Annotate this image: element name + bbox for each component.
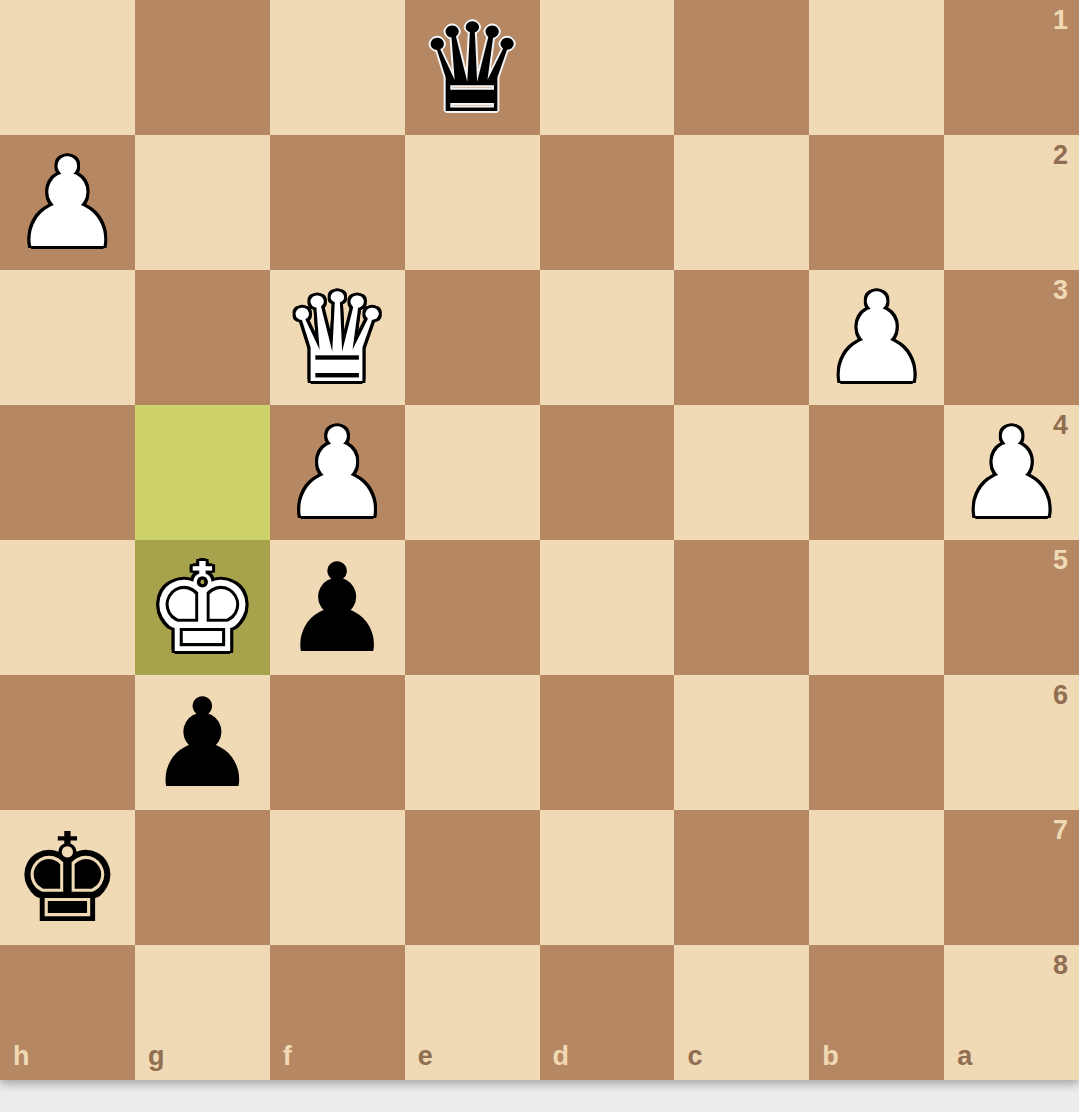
square-d6[interactable] xyxy=(540,675,675,810)
white-king[interactable]: ♚ xyxy=(147,547,257,670)
rank-label-5: 5 xyxy=(1053,547,1068,574)
file-label-g: g xyxy=(148,1043,165,1070)
square-h4[interactable] xyxy=(0,405,135,540)
square-f4[interactable]: ♟ xyxy=(270,405,405,540)
square-e6[interactable] xyxy=(405,675,540,810)
square-a5[interactable]: 5 xyxy=(944,540,1079,675)
square-h1[interactable] xyxy=(0,0,135,135)
square-b8[interactable]: b xyxy=(809,945,944,1080)
white-pawn[interactable]: ♟ xyxy=(12,142,122,265)
white-pawn[interactable]: ♟ xyxy=(822,277,932,400)
square-d4[interactable] xyxy=(540,405,675,540)
square-g7[interactable] xyxy=(135,810,270,945)
square-c8[interactable]: c xyxy=(674,945,809,1080)
square-e8[interactable]: e xyxy=(405,945,540,1080)
file-label-e: e xyxy=(418,1043,433,1070)
square-d5[interactable] xyxy=(540,540,675,675)
rank-label-8: 8 xyxy=(1053,952,1068,979)
file-label-d: d xyxy=(553,1043,570,1070)
square-g6[interactable]: ♟ xyxy=(135,675,270,810)
black-queen[interactable]: ♛ xyxy=(417,7,527,130)
square-h2[interactable]: ♟ xyxy=(0,135,135,270)
square-h8[interactable]: h xyxy=(0,945,135,1080)
square-a3[interactable]: 3 xyxy=(944,270,1079,405)
file-label-h: h xyxy=(13,1043,30,1070)
square-d7[interactable] xyxy=(540,810,675,945)
square-d3[interactable] xyxy=(540,270,675,405)
white-pawn[interactable]: ♟ xyxy=(282,412,392,535)
square-g2[interactable] xyxy=(135,135,270,270)
square-b3[interactable]: ♟ xyxy=(809,270,944,405)
square-b5[interactable] xyxy=(809,540,944,675)
square-d2[interactable] xyxy=(540,135,675,270)
square-b1[interactable] xyxy=(809,0,944,135)
black-pawn[interactable]: ♟ xyxy=(147,682,257,805)
file-label-b: b xyxy=(822,1043,839,1070)
rank-label-1: 1 xyxy=(1053,7,1068,34)
square-a2[interactable]: 2 xyxy=(944,135,1079,270)
rank-label-3: 3 xyxy=(1053,277,1068,304)
page-background-strip xyxy=(0,1080,1079,1112)
square-h6[interactable] xyxy=(0,675,135,810)
black-king[interactable]: ♚ xyxy=(12,817,122,940)
square-e5[interactable] xyxy=(405,540,540,675)
square-a6[interactable]: 6 xyxy=(944,675,1079,810)
square-c3[interactable] xyxy=(674,270,809,405)
square-c2[interactable] xyxy=(674,135,809,270)
square-e2[interactable] xyxy=(405,135,540,270)
chess-board[interactable]: ♛1♟2♛♟3♟♟4♚♟5♟6♚7hgfedcb8a xyxy=(0,0,1079,1080)
square-b6[interactable] xyxy=(809,675,944,810)
square-f5[interactable]: ♟ xyxy=(270,540,405,675)
square-e7[interactable] xyxy=(405,810,540,945)
square-b7[interactable] xyxy=(809,810,944,945)
file-label-c: c xyxy=(687,1043,702,1070)
square-c5[interactable] xyxy=(674,540,809,675)
rank-label-6: 6 xyxy=(1053,682,1068,709)
square-f3[interactable]: ♛ xyxy=(270,270,405,405)
square-h3[interactable] xyxy=(0,270,135,405)
square-g5[interactable]: ♚ xyxy=(135,540,270,675)
square-d8[interactable]: d xyxy=(540,945,675,1080)
square-h7[interactable]: ♚ xyxy=(0,810,135,945)
square-g3[interactable] xyxy=(135,270,270,405)
square-g4[interactable] xyxy=(135,405,270,540)
square-e3[interactable] xyxy=(405,270,540,405)
square-c1[interactable] xyxy=(674,0,809,135)
square-c4[interactable] xyxy=(674,405,809,540)
square-c7[interactable] xyxy=(674,810,809,945)
file-label-f: f xyxy=(283,1043,292,1070)
square-c6[interactable] xyxy=(674,675,809,810)
rank-label-7: 7 xyxy=(1053,817,1068,844)
square-f8[interactable]: f xyxy=(270,945,405,1080)
file-label-a: a xyxy=(957,1043,972,1070)
square-d1[interactable] xyxy=(540,0,675,135)
square-e4[interactable] xyxy=(405,405,540,540)
square-f2[interactable] xyxy=(270,135,405,270)
square-a7[interactable]: 7 xyxy=(944,810,1079,945)
white-pawn[interactable]: ♟ xyxy=(956,412,1066,535)
white-queen[interactable]: ♛ xyxy=(282,277,392,400)
square-a4[interactable]: ♟4 xyxy=(944,405,1079,540)
square-h5[interactable] xyxy=(0,540,135,675)
square-g1[interactable] xyxy=(135,0,270,135)
black-pawn[interactable]: ♟ xyxy=(282,547,392,670)
square-b2[interactable] xyxy=(809,135,944,270)
square-f6[interactable] xyxy=(270,675,405,810)
square-g8[interactable]: g xyxy=(135,945,270,1080)
rank-label-2: 2 xyxy=(1053,142,1068,169)
square-f1[interactable] xyxy=(270,0,405,135)
square-e1[interactable]: ♛ xyxy=(405,0,540,135)
square-a8[interactable]: 8a xyxy=(944,945,1079,1080)
square-b4[interactable] xyxy=(809,405,944,540)
square-a1[interactable]: 1 xyxy=(944,0,1079,135)
square-f7[interactable] xyxy=(270,810,405,945)
